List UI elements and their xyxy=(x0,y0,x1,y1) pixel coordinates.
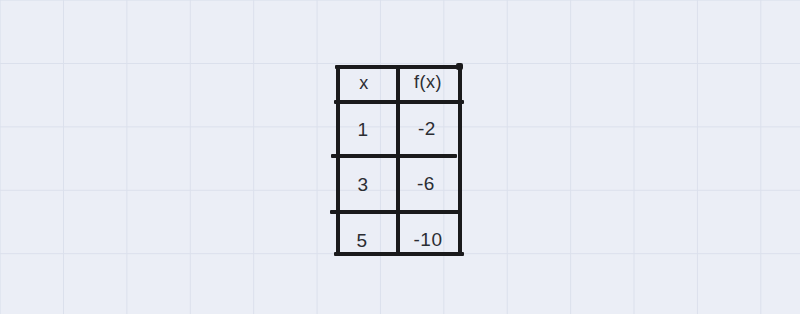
cell-row2-fx: -6 xyxy=(417,173,435,195)
header-cell-fx: f(x) xyxy=(414,72,442,93)
table-divider-below-row2 xyxy=(330,210,459,214)
corner-ink-dot xyxy=(456,63,463,70)
header-cell-x: x xyxy=(359,73,369,94)
cell-row3-fx: -10 xyxy=(414,229,443,251)
table-border-right xyxy=(458,64,462,256)
cell-row1-fx: -2 xyxy=(418,118,436,140)
cell-row1-x: 1 xyxy=(357,119,368,141)
table-divider-below-row1 xyxy=(331,154,457,158)
table-border-left xyxy=(336,65,340,256)
whiteboard-canvas[interactable]: x f(x) 1 -2 3 -6 5 -10 xyxy=(0,0,800,314)
cell-row2-x: 3 xyxy=(357,174,368,196)
cell-row3-x: 5 xyxy=(356,230,367,252)
function-table: x f(x) 1 -2 3 -6 5 -10 xyxy=(334,63,464,257)
table-column-divider xyxy=(396,65,400,255)
